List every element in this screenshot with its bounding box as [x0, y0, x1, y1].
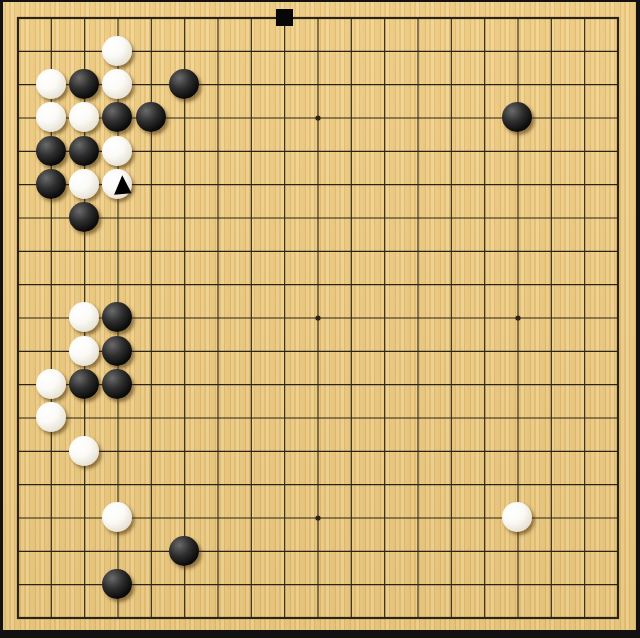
board-point-P18[interactable]: [468, 35, 501, 68]
board-point-P16[interactable]: [468, 101, 501, 134]
board-point-R7[interactable]: [535, 401, 568, 434]
board-point-G8[interactable]: [201, 368, 234, 401]
board-point-S9[interactable]: [568, 335, 601, 368]
board-point-D13[interactable]: [101, 201, 134, 234]
board-point-G17[interactable]: [201, 68, 234, 101]
board-point-H6[interactable]: [235, 435, 268, 468]
board-point-S1[interactable]: [568, 601, 601, 634]
board-point-E5[interactable]: [135, 468, 168, 501]
board-point-C8[interactable]: [68, 368, 101, 401]
board-point-N18[interactable]: [401, 35, 434, 68]
board-point-B15[interactable]: [35, 135, 68, 168]
board-point-B1[interactable]: [35, 601, 68, 634]
board-point-R1[interactable]: [535, 601, 568, 634]
board-point-N4[interactable]: [401, 501, 434, 534]
board-point-K17[interactable]: [301, 68, 334, 101]
board-point-K10[interactable]: [301, 301, 334, 334]
board-point-G13[interactable]: [201, 201, 234, 234]
board-point-E7[interactable]: [135, 401, 168, 434]
board-point-L18[interactable]: [335, 35, 368, 68]
board-point-S18[interactable]: [568, 35, 601, 68]
board-point-Q1[interactable]: [501, 601, 534, 634]
board-point-R18[interactable]: [535, 35, 568, 68]
board-point-J7[interactable]: [268, 401, 301, 434]
board-point-G18[interactable]: [201, 35, 234, 68]
board-point-J12[interactable]: [268, 235, 301, 268]
board-point-C18[interactable]: [68, 35, 101, 68]
board-point-H1[interactable]: [235, 601, 268, 634]
board-point-P9[interactable]: [468, 335, 501, 368]
board-point-A6[interactable]: [1, 435, 34, 468]
board-point-T1[interactable]: [601, 601, 634, 634]
board-point-K5[interactable]: [301, 468, 334, 501]
board-point-N12[interactable]: [401, 235, 434, 268]
board-point-T9[interactable]: [601, 335, 634, 368]
board-point-F7[interactable]: [168, 401, 201, 434]
board-point-O15[interactable]: [435, 135, 468, 168]
board-point-R2[interactable]: [535, 568, 568, 601]
board-point-F3[interactable]: [168, 535, 201, 568]
board-point-L10[interactable]: [335, 301, 368, 334]
board-point-C2[interactable]: [68, 568, 101, 601]
board-point-D2[interactable]: [101, 568, 134, 601]
board-point-B8[interactable]: [35, 368, 68, 401]
board-point-R13[interactable]: [535, 201, 568, 234]
board-point-R10[interactable]: [535, 301, 568, 334]
board-point-O19[interactable]: [435, 1, 468, 34]
board-point-M1[interactable]: [368, 601, 401, 634]
board-point-G15[interactable]: [201, 135, 234, 168]
board-point-N9[interactable]: [401, 335, 434, 368]
board-point-D14[interactable]: [101, 168, 134, 201]
board-point-C4[interactable]: [68, 501, 101, 534]
board-point-N16[interactable]: [401, 101, 434, 134]
board-point-J15[interactable]: [268, 135, 301, 168]
board-point-M3[interactable]: [368, 535, 401, 568]
board-point-A17[interactable]: [1, 68, 34, 101]
board-point-P6[interactable]: [468, 435, 501, 468]
board-point-N14[interactable]: [401, 168, 434, 201]
board-point-D17[interactable]: [101, 68, 134, 101]
board-point-L19[interactable]: [335, 1, 368, 34]
board-point-E15[interactable]: [135, 135, 168, 168]
board-point-Q14[interactable]: [501, 168, 534, 201]
board-point-N11[interactable]: [401, 268, 434, 301]
board-point-E17[interactable]: [135, 68, 168, 101]
board-point-P4[interactable]: [468, 501, 501, 534]
board-point-Q4[interactable]: [501, 501, 534, 534]
board-point-A8[interactable]: [1, 368, 34, 401]
board-point-Q10[interactable]: [501, 301, 534, 334]
board-point-T2[interactable]: [601, 568, 634, 601]
board-point-Q9[interactable]: [501, 335, 534, 368]
board-point-R6[interactable]: [535, 435, 568, 468]
board-point-B5[interactable]: [35, 468, 68, 501]
board-point-G4[interactable]: [201, 501, 234, 534]
board-point-C5[interactable]: [68, 468, 101, 501]
board-point-R3[interactable]: [535, 535, 568, 568]
board-point-D7[interactable]: [101, 401, 134, 434]
board-point-L6[interactable]: [335, 435, 368, 468]
board-point-B2[interactable]: [35, 568, 68, 601]
board-point-F2[interactable]: [168, 568, 201, 601]
board-point-J4[interactable]: [268, 501, 301, 534]
board-point-M17[interactable]: [368, 68, 401, 101]
board-point-F14[interactable]: [168, 168, 201, 201]
board-point-D8[interactable]: [101, 368, 134, 401]
board-point-S7[interactable]: [568, 401, 601, 434]
board-point-E13[interactable]: [135, 201, 168, 234]
board-point-O6[interactable]: [435, 435, 468, 468]
board-point-O4[interactable]: [435, 501, 468, 534]
board-point-M10[interactable]: [368, 301, 401, 334]
board-point-F4[interactable]: [168, 501, 201, 534]
board-point-J2[interactable]: [268, 568, 301, 601]
board-point-F18[interactable]: [168, 35, 201, 68]
board-point-E16[interactable]: [135, 101, 168, 134]
board-point-J1[interactable]: [268, 601, 301, 634]
board-point-S6[interactable]: [568, 435, 601, 468]
board-point-L11[interactable]: [335, 268, 368, 301]
board-point-Q5[interactable]: [501, 468, 534, 501]
board-point-P8[interactable]: [468, 368, 501, 401]
board-point-M12[interactable]: [368, 235, 401, 268]
board-point-P7[interactable]: [468, 401, 501, 434]
board-point-R4[interactable]: [535, 501, 568, 534]
board-point-J17[interactable]: [268, 68, 301, 101]
board-point-O5[interactable]: [435, 468, 468, 501]
board-point-Q3[interactable]: [501, 535, 534, 568]
board-point-R19[interactable]: [535, 1, 568, 34]
board-point-P19[interactable]: [468, 1, 501, 34]
board-point-F10[interactable]: [168, 301, 201, 334]
board-point-Q8[interactable]: [501, 368, 534, 401]
board-point-Q7[interactable]: [501, 401, 534, 434]
board-point-C10[interactable]: [68, 301, 101, 334]
board-point-L13[interactable]: [335, 201, 368, 234]
board-point-A18[interactable]: [1, 35, 34, 68]
board-point-K12[interactable]: [301, 235, 334, 268]
board-point-M11[interactable]: [368, 268, 401, 301]
board-point-R12[interactable]: [535, 235, 568, 268]
board-point-M15[interactable]: [368, 135, 401, 168]
board-point-C13[interactable]: [68, 201, 101, 234]
board-point-S16[interactable]: [568, 101, 601, 134]
board-point-J11[interactable]: [268, 268, 301, 301]
board-point-D11[interactable]: [101, 268, 134, 301]
board-point-H17[interactable]: [235, 68, 268, 101]
board-point-E14[interactable]: [135, 168, 168, 201]
board-point-A9[interactable]: [1, 335, 34, 368]
board-point-R17[interactable]: [535, 68, 568, 101]
board-point-F17[interactable]: [168, 68, 201, 101]
board-point-G9[interactable]: [201, 335, 234, 368]
board-point-O8[interactable]: [435, 368, 468, 401]
board-point-A4[interactable]: [1, 501, 34, 534]
board-point-G3[interactable]: [201, 535, 234, 568]
board-point-F9[interactable]: [168, 335, 201, 368]
board-point-G2[interactable]: [201, 568, 234, 601]
board-point-T12[interactable]: [601, 235, 634, 268]
board-point-E4[interactable]: [135, 501, 168, 534]
board-point-L1[interactable]: [335, 601, 368, 634]
board-point-K2[interactable]: [301, 568, 334, 601]
board-point-J13[interactable]: [268, 201, 301, 234]
board-point-H7[interactable]: [235, 401, 268, 434]
board-point-R8[interactable]: [535, 368, 568, 401]
board-point-Q11[interactable]: [501, 268, 534, 301]
board-point-A2[interactable]: [1, 568, 34, 601]
board-point-Q13[interactable]: [501, 201, 534, 234]
board-point-N8[interactable]: [401, 368, 434, 401]
board-point-C3[interactable]: [68, 535, 101, 568]
board-point-P1[interactable]: [468, 601, 501, 634]
board-point-E3[interactable]: [135, 535, 168, 568]
board-point-B3[interactable]: [35, 535, 68, 568]
board-point-L12[interactable]: [335, 235, 368, 268]
board-point-N6[interactable]: [401, 435, 434, 468]
board-point-L5[interactable]: [335, 468, 368, 501]
board-point-N10[interactable]: [401, 301, 434, 334]
board-point-B4[interactable]: [35, 501, 68, 534]
board-point-H12[interactable]: [235, 235, 268, 268]
board-point-J18[interactable]: [268, 35, 301, 68]
board-point-G14[interactable]: [201, 168, 234, 201]
board-point-A19[interactable]: [1, 1, 34, 34]
board-point-L17[interactable]: [335, 68, 368, 101]
board-point-R11[interactable]: [535, 268, 568, 301]
board-point-H4[interactable]: [235, 501, 268, 534]
board-point-N3[interactable]: [401, 535, 434, 568]
board-point-O1[interactable]: [435, 601, 468, 634]
board-point-F5[interactable]: [168, 468, 201, 501]
board-point-R9[interactable]: [535, 335, 568, 368]
board-point-O3[interactable]: [435, 535, 468, 568]
board-point-C9[interactable]: [68, 335, 101, 368]
board-point-S13[interactable]: [568, 201, 601, 234]
board-point-A7[interactable]: [1, 401, 34, 434]
board-point-O9[interactable]: [435, 335, 468, 368]
board-point-S14[interactable]: [568, 168, 601, 201]
board-point-E10[interactable]: [135, 301, 168, 334]
board-point-K9[interactable]: [301, 335, 334, 368]
board-point-K13[interactable]: [301, 201, 334, 234]
board-point-L9[interactable]: [335, 335, 368, 368]
board-point-L4[interactable]: [335, 501, 368, 534]
board-point-H15[interactable]: [235, 135, 268, 168]
board-point-M19[interactable]: [368, 1, 401, 34]
board-point-K16[interactable]: [301, 101, 334, 134]
board-point-C1[interactable]: [68, 601, 101, 634]
board-point-K11[interactable]: [301, 268, 334, 301]
board-point-C12[interactable]: [68, 235, 101, 268]
board-point-A11[interactable]: [1, 268, 34, 301]
board-point-Q17[interactable]: [501, 68, 534, 101]
board-point-E11[interactable]: [135, 268, 168, 301]
board-point-Q16[interactable]: [501, 101, 534, 134]
board-point-G19[interactable]: [201, 1, 234, 34]
board-point-H14[interactable]: [235, 168, 268, 201]
board-point-E12[interactable]: [135, 235, 168, 268]
board-point-L7[interactable]: [335, 401, 368, 434]
board-point-B19[interactable]: [35, 1, 68, 34]
board-point-D9[interactable]: [101, 335, 134, 368]
board-point-O12[interactable]: [435, 235, 468, 268]
board-point-K4[interactable]: [301, 501, 334, 534]
board-point-D16[interactable]: [101, 101, 134, 134]
board-point-D4[interactable]: [101, 501, 134, 534]
board-point-J10[interactable]: [268, 301, 301, 334]
board-point-B10[interactable]: [35, 301, 68, 334]
board-point-A3[interactable]: [1, 535, 34, 568]
board-point-M14[interactable]: [368, 168, 401, 201]
board-point-H3[interactable]: [235, 535, 268, 568]
board-point-Q19[interactable]: [501, 1, 534, 34]
board-point-K7[interactable]: [301, 401, 334, 434]
board-point-B16[interactable]: [35, 101, 68, 134]
board-point-M2[interactable]: [368, 568, 401, 601]
board-point-B11[interactable]: [35, 268, 68, 301]
board-point-K8[interactable]: [301, 368, 334, 401]
board-point-H9[interactable]: [235, 335, 268, 368]
board-point-D3[interactable]: [101, 535, 134, 568]
board-point-D10[interactable]: [101, 301, 134, 334]
board-point-A14[interactable]: [1, 168, 34, 201]
board-point-E19[interactable]: [135, 1, 168, 34]
board-point-C17[interactable]: [68, 68, 101, 101]
board-point-S15[interactable]: [568, 135, 601, 168]
board-point-L15[interactable]: [335, 135, 368, 168]
board-point-N15[interactable]: [401, 135, 434, 168]
board-point-P5[interactable]: [468, 468, 501, 501]
board-point-P3[interactable]: [468, 535, 501, 568]
board-point-F15[interactable]: [168, 135, 201, 168]
board-point-A15[interactable]: [1, 135, 34, 168]
board-point-A16[interactable]: [1, 101, 34, 134]
board-point-A10[interactable]: [1, 301, 34, 334]
board-point-H8[interactable]: [235, 368, 268, 401]
board-point-M8[interactable]: [368, 368, 401, 401]
board-point-F16[interactable]: [168, 101, 201, 134]
board-point-O7[interactable]: [435, 401, 468, 434]
board-point-J16[interactable]: [268, 101, 301, 134]
board-point-P2[interactable]: [468, 568, 501, 601]
board-point-M13[interactable]: [368, 201, 401, 234]
board-point-O11[interactable]: [435, 268, 468, 301]
board-point-F11[interactable]: [168, 268, 201, 301]
board-point-R16[interactable]: [535, 101, 568, 134]
board-point-A1[interactable]: [1, 601, 34, 634]
board-point-N13[interactable]: [401, 201, 434, 234]
board-point-T3[interactable]: [601, 535, 634, 568]
board-point-A5[interactable]: [1, 468, 34, 501]
board-point-C6[interactable]: [68, 435, 101, 468]
board-point-J8[interactable]: [268, 368, 301, 401]
board-point-J9[interactable]: [268, 335, 301, 368]
board-point-L8[interactable]: [335, 368, 368, 401]
board-point-L16[interactable]: [335, 101, 368, 134]
board-point-P14[interactable]: [468, 168, 501, 201]
board-point-E9[interactable]: [135, 335, 168, 368]
board-point-S5[interactable]: [568, 468, 601, 501]
board-point-H16[interactable]: [235, 101, 268, 134]
board-point-E8[interactable]: [135, 368, 168, 401]
board-point-F19[interactable]: [168, 1, 201, 34]
board-point-O18[interactable]: [435, 35, 468, 68]
board-point-Q15[interactable]: [501, 135, 534, 168]
board-point-N5[interactable]: [401, 468, 434, 501]
board-point-D19[interactable]: [101, 1, 134, 34]
board-point-C15[interactable]: [68, 135, 101, 168]
board-point-G1[interactable]: [201, 601, 234, 634]
board-point-K18[interactable]: [301, 35, 334, 68]
board-point-C16[interactable]: [68, 101, 101, 134]
board-point-S3[interactable]: [568, 535, 601, 568]
board-point-B18[interactable]: [35, 35, 68, 68]
board-point-S17[interactable]: [568, 68, 601, 101]
board-point-B14[interactable]: [35, 168, 68, 201]
board-point-K15[interactable]: [301, 135, 334, 168]
board-point-T17[interactable]: [601, 68, 634, 101]
board-point-H2[interactable]: [235, 568, 268, 601]
board-point-Q2[interactable]: [501, 568, 534, 601]
board-point-K19[interactable]: [301, 1, 334, 34]
board-point-E6[interactable]: [135, 435, 168, 468]
board-point-T8[interactable]: [601, 368, 634, 401]
board-point-D15[interactable]: [101, 135, 134, 168]
board-point-T19[interactable]: [601, 1, 634, 34]
board-point-S19[interactable]: [568, 1, 601, 34]
board-point-T14[interactable]: [601, 168, 634, 201]
board-point-K1[interactable]: [301, 601, 334, 634]
board-point-C19[interactable]: [68, 1, 101, 34]
board-point-P11[interactable]: [468, 268, 501, 301]
board-point-T7[interactable]: [601, 401, 634, 434]
board-point-N2[interactable]: [401, 568, 434, 601]
board-point-D6[interactable]: [101, 435, 134, 468]
board-point-L14[interactable]: [335, 168, 368, 201]
board-point-G10[interactable]: [201, 301, 234, 334]
board-point-C7[interactable]: [68, 401, 101, 434]
board-point-S4[interactable]: [568, 501, 601, 534]
board-point-G11[interactable]: [201, 268, 234, 301]
board-point-B12[interactable]: [35, 235, 68, 268]
board-point-P17[interactable]: [468, 68, 501, 101]
board-point-B6[interactable]: [35, 435, 68, 468]
board-point-P15[interactable]: [468, 135, 501, 168]
board-point-P10[interactable]: [468, 301, 501, 334]
board-point-F8[interactable]: [168, 368, 201, 401]
board-point-D18[interactable]: [101, 35, 134, 68]
board-point-J19[interactable]: [268, 1, 301, 34]
board-point-F13[interactable]: [168, 201, 201, 234]
board-point-M16[interactable]: [368, 101, 401, 134]
board-point-K3[interactable]: [301, 535, 334, 568]
board-point-S8[interactable]: [568, 368, 601, 401]
board-point-S12[interactable]: [568, 235, 601, 268]
board-point-J14[interactable]: [268, 168, 301, 201]
board-point-K6[interactable]: [301, 435, 334, 468]
board-point-B7[interactable]: [35, 401, 68, 434]
board-point-G12[interactable]: [201, 235, 234, 268]
board-point-O13[interactable]: [435, 201, 468, 234]
board-point-J3[interactable]: [268, 535, 301, 568]
board-point-Q6[interactable]: [501, 435, 534, 468]
board-point-O16[interactable]: [435, 101, 468, 134]
board-point-H13[interactable]: [235, 201, 268, 234]
board-point-M6[interactable]: [368, 435, 401, 468]
board-point-S11[interactable]: [568, 268, 601, 301]
